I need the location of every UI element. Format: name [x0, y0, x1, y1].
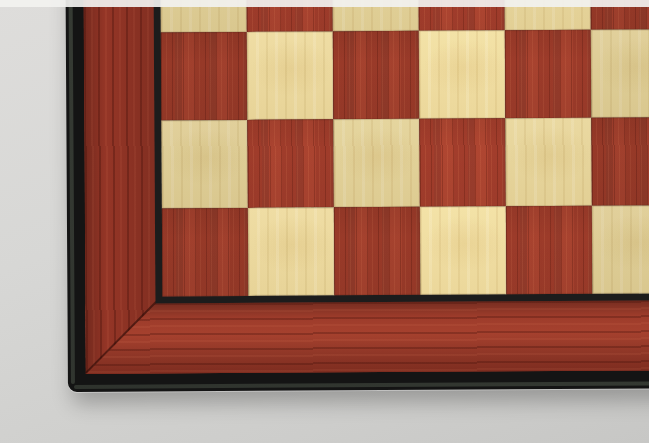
square-f3 — [591, 29, 649, 118]
square-f1 — [592, 205, 649, 294]
square-b2 — [247, 119, 334, 208]
square-b3 — [247, 31, 334, 120]
square-e3 — [505, 30, 592, 119]
square-c1 — [334, 207, 421, 296]
molding-highlight-left — [66, 0, 75, 384]
frame-bottom-rail — [85, 299, 649, 374]
square-f2 — [591, 117, 649, 206]
square-c3 — [333, 31, 420, 120]
square-e2 — [505, 118, 592, 207]
square-a2 — [161, 120, 248, 209]
chess-board — [63, 0, 649, 392]
photo-top-strip — [0, 0, 649, 7]
square-d2 — [419, 118, 506, 207]
square-c2 — [333, 119, 420, 208]
square-a1 — [162, 208, 249, 297]
square-d1 — [420, 206, 507, 295]
square-e1 — [506, 206, 593, 295]
molding-highlight-bottom — [74, 380, 649, 389]
square-a3 — [161, 32, 248, 121]
board-inner-border — [151, 0, 649, 303]
photo-background — [0, 0, 649, 443]
playing-area — [158, 0, 649, 296]
board-frame — [81, 0, 649, 374]
square-d3 — [419, 30, 506, 119]
square-b1 — [248, 207, 335, 296]
